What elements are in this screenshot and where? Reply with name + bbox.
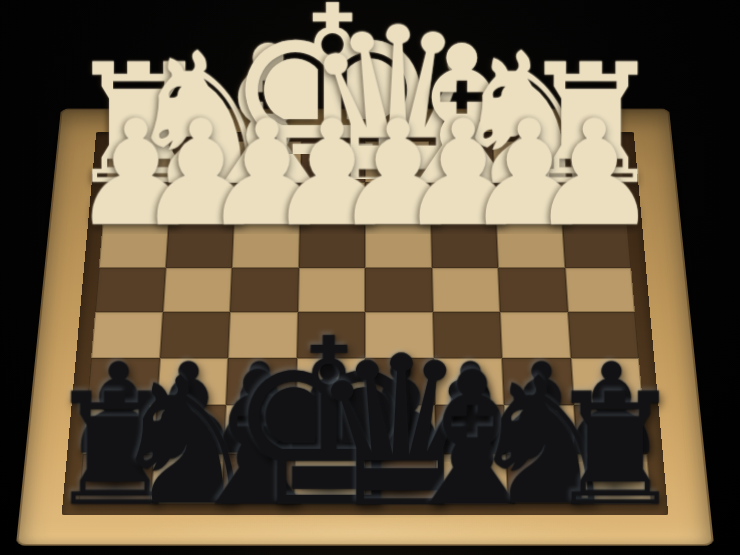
square-d3[interactable] [365,224,432,267]
white-pawn[interactable]: ♟ [529,101,660,247]
square-a8[interactable]: ♜ [577,454,652,504]
square-a3[interactable] [562,224,631,267]
square-h3[interactable] [99,224,168,267]
board-inner-border: ♜♞♝♚♛♝♞♜♟♟♟♟♟♟♟♟♟♟♟♟♟♟♟♟♜♞♝♚♛♝♞♜ [62,132,669,515]
square-a4[interactable] [565,267,635,312]
frame-highlight [121,513,610,544]
board-grid: ♜♞♝♚♛♝♞♜♟♟♟♟♟♟♟♟♟♟♟♟♟♟♟♟♜♞♝♚♛♝♞♜ [79,141,652,504]
square-a2[interactable]: ♟ [559,182,627,224]
square-g3[interactable] [165,224,233,267]
scene: ♜♞♝♚♛♝♞♜♟♟♟♟♟♟♟♟♟♟♟♟♟♟♟♟♜♞♝♚♛♝♞♜ [0,0,740,555]
square-g4[interactable] [163,267,232,312]
black-rook[interactable]: ♜ [546,372,685,527]
square-b3[interactable] [496,224,564,267]
chess-board: ♜♞♝♚♛♝♞♜♟♟♟♟♟♟♟♟♟♟♟♟♟♟♟♟♜♞♝♚♛♝♞♜ [16,109,714,546]
square-f3[interactable] [232,224,299,267]
square-c4[interactable] [432,267,500,312]
board-frame: ♜♞♝♚♛♝♞♜♟♟♟♟♟♟♟♟♟♟♟♟♟♟♟♟♜♞♝♚♛♝♞♜ [16,109,714,546]
square-b4[interactable] [498,267,567,312]
square-c3[interactable] [431,224,498,267]
square-e3[interactable] [298,224,365,267]
square-h4[interactable] [95,267,165,312]
